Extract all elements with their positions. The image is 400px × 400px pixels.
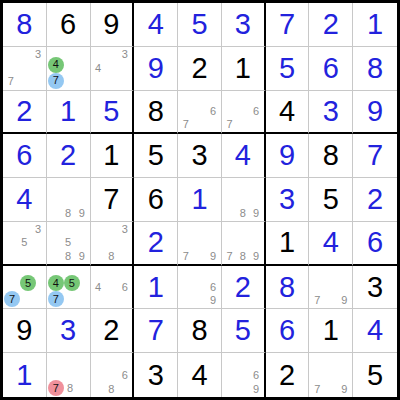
cell-r4c6[interactable]: 4 (222, 134, 266, 178)
candidate-pos-2 (64, 48, 76, 57)
candidate-pos-1 (223, 354, 236, 368)
candidate-pos-7 (92, 249, 105, 262)
candidate-8: 8 (67, 383, 73, 394)
cell-r1c2[interactable]: 6 (47, 3, 91, 47)
candidate-pos-5 (193, 236, 207, 249)
solved-digit: 1 (134, 266, 177, 309)
candidate-pos-5 (64, 57, 76, 73)
candidate-pos-3 (75, 223, 89, 236)
cell-r9c8[interactable]: 79 (309, 353, 353, 397)
cell-r2c5[interactable]: 2 (178, 47, 222, 91)
cell-r5c4[interactable]: 6 (134, 178, 178, 222)
cell-r3c6[interactable]: 67 (222, 91, 266, 135)
candidate-pos-1 (310, 267, 324, 281)
cell-r6c8[interactable]: 4 (309, 222, 353, 266)
cell-r1c9[interactable]: 1 (353, 3, 397, 47)
solved-digit: 2 (3, 91, 46, 133)
solved-digit: 2 (134, 222, 177, 264)
cell-r5c6[interactable]: 89 (222, 178, 266, 222)
candidate-7: 7 (8, 76, 14, 87)
cell-r8c8[interactable]: 1 (309, 309, 353, 353)
solved-digit: 7 (134, 309, 177, 352)
solved-digit: 4 (3, 178, 46, 221)
cell-r1c1[interactable]: 8 (3, 3, 47, 47)
candidate-pos-9: 9 (75, 249, 89, 262)
given-digit: 4 (266, 91, 309, 133)
candidate-pos-7: 7 (4, 75, 18, 89)
cell-r6c7[interactable]: 1 (266, 222, 310, 266)
candidate-7: 7 (183, 251, 189, 262)
candidate-pos-3 (36, 267, 45, 276)
candidate-8: 8 (240, 251, 246, 262)
solved-digit: 1 (178, 178, 221, 221)
cell-r3c8[interactable]: 3 (309, 91, 353, 135)
candidate-7: 7 (314, 384, 320, 395)
cell-r5c3[interactable]: 7 (91, 178, 135, 222)
given-digit: 8 (178, 309, 221, 352)
sudoku-app: 8694537213747349215682158676743962153498… (0, 0, 400, 400)
cell-r8c1[interactable]: 9 (3, 309, 47, 353)
candidate-pos-8: 8 (105, 382, 118, 396)
candidate-pos-7 (48, 206, 62, 220)
cell-r5c9[interactable]: 2 (353, 178, 397, 222)
candidate-pos-2 (236, 354, 249, 368)
candidate-pos-5: 5 (20, 275, 36, 291)
candidate-pos-3 (249, 354, 262, 368)
candidate-3: 3 (35, 49, 41, 60)
candidate-9: 9 (253, 208, 259, 219)
cell-r8c9[interactable]: 4 (353, 309, 397, 353)
candidate-pos-6 (76, 367, 88, 380)
candidate-8: 8 (65, 208, 71, 219)
cell-r8c3[interactable]: 2 (91, 309, 135, 353)
candidate-pos-2 (324, 354, 338, 368)
candidate-pos-9: 9 (206, 294, 220, 308)
cell-r6c2[interactable]: 589 (47, 222, 91, 266)
cell-r9c6[interactable]: 69 (222, 353, 266, 397)
cell-r3c1[interactable]: 2 (3, 91, 47, 135)
candidate-grid: 67 (179, 92, 220, 132)
cell-r4c4[interactable]: 5 (134, 134, 178, 178)
candidate-5-highlight-green: 5 (64, 275, 80, 291)
solved-digit: 8 (266, 266, 309, 309)
cell-r2c1[interactable]: 37 (3, 47, 47, 91)
candidate-pos-1 (223, 223, 236, 236)
candidate-pos-1 (4, 267, 20, 276)
candidate-pos-6 (75, 236, 89, 249)
cell-r1c8[interactable]: 2 (309, 3, 353, 47)
candidate-pos-7: 7 (179, 118, 193, 131)
candidate-7-highlight-blue: 7 (4, 291, 20, 307)
candidate-grid: 46 (92, 267, 132, 308)
cell-r6c6[interactable]: 789 (222, 222, 266, 266)
candidate-pos-6 (36, 275, 45, 291)
candidate-pos-8: 8 (64, 380, 76, 396)
candidate-pos-7: 7 (179, 249, 193, 262)
solved-digit: 5 (91, 91, 133, 133)
solved-digit: 9 (266, 134, 309, 177)
candidate-pos-6 (75, 193, 89, 207)
candidate-pos-7 (4, 249, 18, 262)
candidate-pos-7 (223, 382, 236, 396)
cell-r7c6[interactable]: 2 (222, 266, 266, 310)
candidate-9: 9 (210, 251, 216, 262)
candidate-grid: 79 (179, 223, 220, 263)
candidate-pos-2 (193, 92, 207, 105)
given-digit: 3 (178, 134, 221, 177)
candidate-6: 6 (122, 370, 128, 381)
candidate-pos-8: 8 (61, 206, 75, 220)
candidate-pos-4 (92, 368, 105, 382)
candidate-pos-8 (193, 249, 207, 262)
candidate-pos-4: 4 (92, 61, 105, 75)
candidate-pos-6: 6 (249, 105, 262, 118)
candidate-pos-1 (4, 48, 18, 62)
cell-r6c5[interactable]: 79 (178, 222, 222, 266)
candidate-pos-4 (223, 105, 236, 118)
candidate-3: 3 (122, 49, 128, 60)
cell-r9c5[interactable]: 4 (178, 353, 222, 397)
solved-digit: 5 (178, 3, 221, 46)
candidate-pos-9: 9 (249, 382, 262, 396)
candidate-9: 9 (79, 251, 85, 262)
candidate-pos-5 (324, 368, 338, 382)
cell-r4c2[interactable]: 2 (47, 134, 91, 178)
cell-r1c7[interactable]: 7 (266, 3, 310, 47)
candidate-pos-7: 7 (4, 291, 20, 307)
candidate-pos-9 (76, 73, 88, 89)
candidate-pos-4: 4 (48, 275, 64, 291)
candidate-pos-6 (249, 193, 262, 207)
candidate-pos-1 (223, 92, 236, 105)
candidate-pos-9 (31, 75, 45, 89)
candidate-pos-8 (324, 294, 338, 308)
candidate-pos-8: 8 (236, 206, 249, 220)
candidate-pos-9 (31, 249, 45, 262)
cell-r4c7[interactable]: 9 (266, 134, 310, 178)
candidate-pos-5 (105, 236, 118, 249)
candidate-pos-6 (31, 61, 45, 75)
given-digit: 2 (266, 353, 309, 397)
cell-r8c6[interactable]: 5 (222, 309, 266, 353)
candidate-pos-2 (105, 223, 118, 236)
cell-r1c5[interactable]: 5 (178, 3, 222, 47)
solved-digit: 6 (353, 222, 397, 264)
candidate-pos-2 (236, 92, 249, 105)
candidate-pos-8 (20, 291, 36, 307)
given-digit: 6 (47, 3, 90, 46)
given-digit: 3 (353, 266, 397, 309)
candidate-pos-7: 7 (48, 73, 64, 89)
candidate-pos-6 (338, 280, 352, 294)
cell-r5c1[interactable]: 4 (3, 178, 47, 222)
candidate-3: 3 (35, 224, 41, 235)
solved-digit: 2 (353, 178, 397, 221)
given-digit: 5 (353, 353, 397, 397)
candidate-pos-3 (206, 223, 220, 236)
candidate-pos-9 (80, 291, 89, 307)
candidate-6: 6 (253, 106, 259, 117)
candidate-pos-3 (206, 267, 220, 281)
cell-r7c8[interactable]: 79 (309, 266, 353, 310)
cell-r4c9[interactable]: 7 (353, 134, 397, 178)
cell-r5c7[interactable]: 3 (266, 178, 310, 222)
candidate-grid: 79 (310, 354, 351, 396)
cell-r3c5[interactable]: 67 (178, 91, 222, 135)
cell-r3c9[interactable]: 9 (353, 91, 397, 135)
cell-r9c9[interactable]: 5 (353, 353, 397, 397)
given-digit: 1 (266, 222, 309, 264)
candidate-8: 8 (108, 384, 114, 395)
candidate-pos-5: 5 (18, 236, 32, 249)
candidate-pos-3: 3 (118, 48, 131, 62)
solved-digit: 7 (266, 3, 309, 46)
cell-r6c3[interactable]: 38 (91, 222, 135, 266)
cell-r3c3[interactable]: 5 (91, 91, 135, 135)
cell-r5c2[interactable]: 89 (47, 178, 91, 222)
cell-r9c4[interactable]: 3 (134, 353, 178, 397)
candidate-grid: 67 (223, 92, 263, 132)
cell-r5c8[interactable]: 5 (309, 178, 353, 222)
solved-digit: 2 (47, 134, 90, 177)
candidate-pos-1 (92, 267, 105, 281)
cell-r9c2[interactable]: 78 (47, 353, 91, 397)
candidate-pos-5 (105, 368, 118, 382)
candidate-pos-7: 7 (223, 118, 236, 131)
candidate-pos-8: 8 (105, 249, 118, 262)
solved-digit: 6 (309, 47, 352, 90)
cell-r2c6[interactable]: 1 (222, 47, 266, 91)
candidate-8: 8 (65, 251, 71, 262)
solved-digit: 9 (353, 91, 397, 133)
candidate-6: 6 (210, 282, 216, 293)
cell-r6c9[interactable]: 6 (353, 222, 397, 266)
candidate-pos-4 (310, 368, 324, 382)
cell-r8c7[interactable]: 6 (266, 309, 310, 353)
cell-r2c3[interactable]: 34 (91, 47, 135, 91)
candidate-pos-9 (76, 380, 88, 396)
cell-r7c7[interactable]: 8 (266, 266, 310, 310)
candidate-3: 3 (122, 224, 128, 235)
candidate-pos-3 (76, 354, 88, 367)
candidate-pos-7 (92, 382, 105, 396)
solved-digit: 4 (353, 309, 397, 352)
candidate-pos-5 (324, 280, 338, 294)
candidate-pos-7: 7 (48, 291, 64, 307)
candidate-pos-4: 4 (48, 57, 64, 73)
solved-digit: 1 (3, 353, 46, 397)
candidate-pos-6: 6 (206, 105, 220, 118)
cell-r3c7[interactable]: 4 (266, 91, 310, 135)
candidate-pos-9: 9 (338, 382, 352, 396)
candidate-grid: 37 (4, 48, 45, 89)
candidate-grid: 89 (48, 179, 89, 220)
candidate-grid: 47 (48, 48, 89, 89)
candidate-pos-2 (105, 267, 118, 281)
cell-r9c3[interactable]: 68 (91, 353, 135, 397)
solved-digit: 1 (47, 91, 90, 133)
cell-r6c1[interactable]: 35 (3, 222, 47, 266)
solved-digit: 5 (222, 309, 264, 352)
candidate-pos-3 (338, 267, 352, 281)
candidate-7: 7 (226, 119, 232, 130)
candidate-pos-4 (4, 236, 18, 249)
cell-r8c2[interactable]: 3 (47, 309, 91, 353)
candidate-7: 7 (226, 251, 232, 262)
candidate-8: 8 (108, 251, 114, 262)
candidate-pos-2 (18, 48, 32, 62)
candidate-grid: 34 (92, 48, 132, 89)
cell-r2c9[interactable]: 8 (353, 47, 397, 91)
candidate-pos-9: 9 (338, 294, 352, 308)
cell-r3c4[interactable]: 8 (134, 91, 178, 135)
candidate-pos-1 (48, 354, 64, 367)
candidate-pos-1 (48, 223, 62, 236)
candidate-pos-3 (76, 48, 88, 57)
candidate-pos-4 (48, 367, 64, 380)
candidate-grid: 69 (179, 267, 220, 308)
candidate-pos-8 (324, 382, 338, 396)
candidate-grid: 79 (310, 267, 351, 308)
cell-r7c5[interactable]: 69 (178, 266, 222, 310)
cell-r7c3[interactable]: 46 (91, 266, 135, 310)
candidate-pos-3 (249, 179, 262, 193)
candidate-pos-6 (31, 236, 45, 249)
candidate-pos-4 (179, 280, 193, 294)
cell-r2c8[interactable]: 6 (309, 47, 353, 91)
candidate-pos-8 (236, 118, 249, 131)
candidate-pos-9 (36, 291, 45, 307)
candidate-pos-5: 5 (64, 275, 80, 291)
candidate-pos-4 (4, 275, 20, 291)
candidate-pos-2 (20, 267, 36, 276)
given-digit: 3 (134, 353, 177, 397)
candidate-pos-1 (48, 179, 62, 193)
candidate-pos-1 (4, 223, 18, 236)
solved-digit: 2 (309, 3, 352, 46)
solved-digit: 8 (3, 3, 46, 46)
candidate-pos-8 (64, 291, 80, 307)
candidate-pos-1 (92, 354, 105, 368)
candidate-pos-8 (64, 73, 76, 89)
candidate-pos-8 (236, 382, 249, 396)
cell-r9c1[interactable]: 1 (3, 353, 47, 397)
candidate-5-highlight-green: 5 (20, 275, 36, 291)
solved-digit: 3 (47, 309, 90, 352)
candidate-pos-1 (310, 354, 324, 368)
candidate-pos-6 (118, 236, 131, 249)
given-digit: 4 (178, 353, 221, 397)
candidate-pos-9 (118, 249, 131, 262)
cell-r6c4[interactable]: 2 (134, 222, 178, 266)
candidate-pos-4 (179, 105, 193, 118)
candidate-pos-5: 5 (61, 236, 75, 249)
candidate-pos-7 (179, 294, 193, 308)
cell-r8c5[interactable]: 8 (178, 309, 222, 353)
cell-r2c4[interactable]: 9 (134, 47, 178, 91)
cell-r7c2[interactable]: 457 (47, 266, 91, 310)
candidate-5: 5 (65, 237, 71, 248)
candidate-grid: 57 (4, 267, 45, 308)
candidate-grid: 789 (223, 223, 263, 263)
candidate-pos-2 (64, 267, 80, 276)
candidate-pos-8 (193, 294, 207, 308)
candidate-pos-9 (206, 118, 220, 131)
cell-r2c2[interactable]: 47 (47, 47, 91, 91)
candidate-grid: 68 (92, 354, 132, 396)
cell-r3c2[interactable]: 1 (47, 91, 91, 135)
candidate-pos-5 (236, 236, 249, 249)
candidate-pos-5 (64, 367, 76, 380)
given-digit: 7 (91, 178, 133, 221)
cell-r2c7[interactable]: 5 (266, 47, 310, 91)
solved-digit: 3 (266, 178, 309, 221)
cell-r7c1[interactable]: 57 (3, 266, 47, 310)
candidate-pos-7 (92, 294, 105, 308)
cell-r4c1[interactable]: 6 (3, 134, 47, 178)
candidate-pos-3: 3 (31, 223, 45, 236)
solved-digit: 3 (309, 91, 352, 133)
solved-digit: 3 (222, 3, 264, 46)
candidate-9: 9 (253, 251, 259, 262)
candidate-8: 8 (240, 208, 246, 219)
given-digit: 1 (309, 309, 352, 352)
candidate-4: 4 (95, 63, 101, 74)
cell-r4c5[interactable]: 3 (178, 134, 222, 178)
candidate-pos-8 (18, 75, 32, 89)
candidate-9: 9 (341, 295, 347, 306)
cell-r9c7[interactable]: 2 (266, 353, 310, 397)
candidate-pos-2 (193, 223, 207, 236)
candidate-pos-6 (118, 61, 131, 75)
candidate-pos-1 (92, 223, 105, 236)
candidate-pos-8: 8 (236, 249, 249, 262)
cell-r4c8[interactable]: 8 (309, 134, 353, 178)
given-digit: 8 (309, 134, 352, 177)
candidate-grid: 89 (223, 179, 263, 220)
candidate-4-highlight-green: 4 (48, 57, 64, 73)
cell-r4c3[interactable]: 1 (91, 134, 135, 178)
candidate-pos-5 (236, 105, 249, 118)
cell-r8c4[interactable]: 7 (134, 309, 178, 353)
candidate-pos-1 (48, 267, 64, 276)
cell-r7c9[interactable]: 3 (353, 266, 397, 310)
candidate-pos-4 (48, 193, 62, 207)
candidate-pos-9: 9 (75, 206, 89, 220)
cell-r1c3[interactable]: 9 (91, 3, 135, 47)
cell-r7c4[interactable]: 1 (134, 266, 178, 310)
candidate-pos-3 (338, 354, 352, 368)
candidate-pos-7 (92, 75, 105, 89)
candidate-pos-2 (193, 267, 207, 281)
candidate-pos-2 (61, 179, 75, 193)
candidate-pos-3 (75, 179, 89, 193)
candidate-pos-9 (118, 75, 131, 89)
cell-r5c5[interactable]: 1 (178, 178, 222, 222)
candidate-pos-2 (324, 267, 338, 281)
given-digit: 2 (91, 309, 133, 352)
candidate-pos-8: 8 (61, 249, 75, 262)
cell-r1c4[interactable]: 4 (134, 3, 178, 47)
solved-digit: 4 (134, 3, 177, 46)
candidate-grid: 589 (48, 223, 89, 263)
solved-digit: 1 (353, 3, 397, 46)
cell-r1c6[interactable]: 3 (222, 3, 266, 47)
candidate-pos-6 (338, 368, 352, 382)
solved-digit: 4 (309, 222, 352, 264)
candidate-pos-3 (118, 354, 131, 368)
candidate-pos-7: 7 (223, 249, 236, 262)
